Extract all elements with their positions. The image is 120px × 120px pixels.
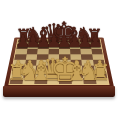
chess-set-photo: ♜♞♝♛♚♝♞♜♟♟♟♟♟♟♟♟♟♟♟♟♟♟♟♟♜♞♝♛♚♝♞♜ [0,0,120,120]
piece-black-pawn-h7: ♟ [88,33,103,50]
piece-white-rook-h1: ♜ [91,63,110,84]
pieces-layer: ♜♞♝♛♚♝♞♜♟♟♟♟♟♟♟♟♟♟♟♟♟♟♟♟♜♞♝♛♚♝♞♜ [0,0,120,120]
